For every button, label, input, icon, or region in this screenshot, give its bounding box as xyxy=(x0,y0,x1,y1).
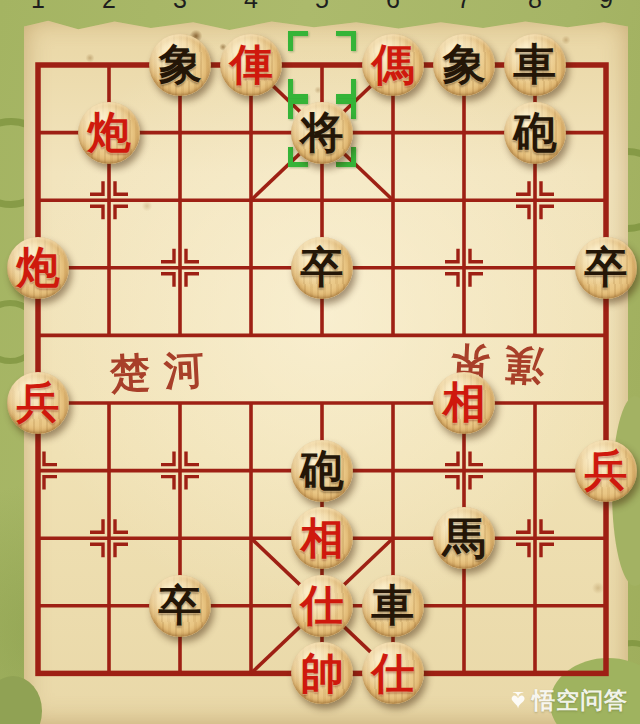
piece-glyph: 卒 xyxy=(585,246,628,289)
watermark: ♠ 悟空问答 xyxy=(511,685,628,716)
piece-red-cannon[interactable]: 炮 xyxy=(7,237,69,299)
piece-glyph: 車 xyxy=(514,43,557,86)
piece-glyph: 砲 xyxy=(514,111,557,154)
piece-glyph: 仕 xyxy=(301,584,344,627)
piece-glyph: 象 xyxy=(443,43,486,86)
piece-black-soldier[interactable]: 卒 xyxy=(149,575,211,637)
watermark-text: 悟空问答 xyxy=(532,685,628,716)
file-number-label: 6 xyxy=(386,0,400,14)
piece-glyph: 俥 xyxy=(230,43,273,86)
piece-black-general[interactable]: 将 xyxy=(291,102,353,164)
piece-glyph: 卒 xyxy=(159,584,202,627)
piece-red-elephant[interactable]: 相 xyxy=(433,372,495,434)
piece-black-elephant[interactable]: 象 xyxy=(149,34,211,96)
piece-glyph: 傌 xyxy=(372,43,415,86)
marker-corner-bracket-icon xyxy=(288,31,308,51)
piece-red-soldier[interactable]: 兵 xyxy=(575,440,637,502)
piece-red-horse[interactable]: 傌 xyxy=(362,34,424,96)
piece-glyph: 炮 xyxy=(88,111,131,154)
piece-glyph: 車 xyxy=(372,584,415,627)
piece-glyph: 炮 xyxy=(17,246,60,289)
last-move-from-marker xyxy=(288,31,356,99)
piece-black-soldier[interactable]: 卒 xyxy=(291,237,353,299)
piece-glyph: 卒 xyxy=(301,246,344,289)
wukong-spade-logo-icon: ♠ xyxy=(511,687,525,714)
piece-red-advisor[interactable]: 仕 xyxy=(291,575,353,637)
file-number-label: 7 xyxy=(457,0,471,14)
file-number-label: 1 xyxy=(31,0,45,14)
file-number-label: 8 xyxy=(528,0,542,14)
piece-glyph: 帥 xyxy=(301,652,344,695)
piece-glyph: 兵 xyxy=(585,449,628,492)
piece-glyph: 相 xyxy=(301,517,344,560)
piece-black-elephant[interactable]: 象 xyxy=(433,34,495,96)
marker-corner-bracket-icon xyxy=(336,31,356,51)
file-number-label: 4 xyxy=(244,0,258,14)
piece-black-cannon[interactable]: 砲 xyxy=(504,102,566,164)
piece-glyph: 砲 xyxy=(301,449,344,492)
piece-black-horse[interactable]: 馬 xyxy=(433,507,495,569)
piece-black-cannon[interactable]: 砲 xyxy=(291,440,353,502)
file-number-label: 9 xyxy=(599,0,613,14)
piece-red-chariot[interactable]: 俥 xyxy=(220,34,282,96)
file-number-label: 3 xyxy=(173,0,187,14)
piece-red-cannon[interactable]: 炮 xyxy=(78,102,140,164)
piece-red-advisor[interactable]: 仕 xyxy=(362,642,424,704)
piece-black-chariot[interactable]: 車 xyxy=(362,575,424,637)
piece-red-soldier[interactable]: 兵 xyxy=(7,372,69,434)
piece-glyph: 将 xyxy=(301,111,344,154)
marker-corner-bracket-icon xyxy=(336,79,356,99)
piece-black-chariot[interactable]: 車 xyxy=(504,34,566,96)
piece-glyph: 馬 xyxy=(443,517,486,560)
piece-glyph: 相 xyxy=(443,381,486,424)
file-number-label: 2 xyxy=(102,0,116,14)
piece-black-soldier[interactable]: 卒 xyxy=(575,237,637,299)
file-number-label: 5 xyxy=(315,0,329,14)
marker-corner-bracket-icon xyxy=(288,79,308,99)
xiangqi-app-screen: 楚河 漢界 象俥傌象車炮将砲炮卒卒兵相砲兵相馬卒仕車帥仕 123456789 ♠… xyxy=(0,0,640,724)
piece-glyph: 象 xyxy=(159,43,202,86)
file-number-labels: 123456789 xyxy=(3,0,640,14)
piece-red-elephant[interactable]: 相 xyxy=(291,507,353,569)
xiangqi-board[interactable]: 象俥傌象車炮将砲炮卒卒兵相砲兵相馬卒仕車帥仕 xyxy=(3,31,640,707)
piece-glyph: 兵 xyxy=(17,381,60,424)
piece-red-general[interactable]: 帥 xyxy=(291,642,353,704)
piece-glyph: 仕 xyxy=(372,652,415,695)
